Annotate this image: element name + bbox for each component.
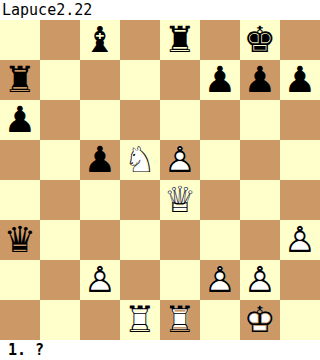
square-e4[interactable]: ♛♕ (160, 180, 200, 220)
square-b5[interactable] (40, 140, 80, 180)
piece-black-pawn[interactable]: ♟ (80, 140, 120, 180)
square-c7[interactable] (80, 60, 120, 100)
square-h4[interactable] (280, 180, 320, 220)
piece-black-rook[interactable]: ♜ (160, 20, 200, 60)
square-b7[interactable] (40, 60, 80, 100)
square-h6[interactable] (280, 100, 320, 140)
square-h3[interactable]: ♟♙ (280, 220, 320, 260)
square-e6[interactable] (160, 100, 200, 140)
square-c2[interactable]: ♟♙ (80, 260, 120, 300)
square-g7[interactable]: ♟ (240, 60, 280, 100)
square-f7[interactable]: ♟ (200, 60, 240, 100)
square-c5[interactable]: ♟ (80, 140, 120, 180)
white-piece-outline-layer: ♙ (160, 140, 200, 180)
square-f5[interactable] (200, 140, 240, 180)
piece-white-rook[interactable]: ♜♖ (160, 300, 200, 340)
square-f3[interactable] (200, 220, 240, 260)
square-h8[interactable] (280, 20, 320, 60)
square-g6[interactable] (240, 100, 280, 140)
square-a1[interactable] (0, 300, 40, 340)
square-e2[interactable] (160, 260, 200, 300)
piece-black-pawn[interactable]: ♟ (280, 60, 320, 100)
square-b1[interactable] (40, 300, 80, 340)
square-e5[interactable]: ♟♙ (160, 140, 200, 180)
status-bar: 1. ? (0, 340, 320, 360)
square-b8[interactable] (40, 20, 80, 60)
square-e7[interactable] (160, 60, 200, 100)
square-a2[interactable] (0, 260, 40, 300)
white-piece-outline-layer: ♙ (280, 220, 320, 260)
square-b6[interactable] (40, 100, 80, 140)
square-e1[interactable]: ♜♖ (160, 300, 200, 340)
page-title: Lapuce2.22 (0, 1, 92, 19)
square-h5[interactable] (280, 140, 320, 180)
square-a4[interactable] (0, 180, 40, 220)
square-c1[interactable] (80, 300, 120, 340)
square-f2[interactable]: ♟♙ (200, 260, 240, 300)
square-c6[interactable] (80, 100, 120, 140)
white-piece-outline-layer: ♔ (240, 300, 280, 340)
white-piece-outline-layer: ♙ (80, 260, 120, 300)
piece-white-pawn[interactable]: ♟♙ (80, 260, 120, 300)
square-c8[interactable]: ♝ (80, 20, 120, 60)
piece-black-queen[interactable]: ♛ (0, 220, 40, 260)
square-g8[interactable]: ♚ (240, 20, 280, 60)
square-c3[interactable] (80, 220, 120, 260)
piece-white-rook[interactable]: ♜♖ (120, 300, 160, 340)
piece-black-king[interactable]: ♚ (240, 20, 280, 60)
piece-black-rook[interactable]: ♜ (0, 60, 40, 100)
white-piece-outline-layer: ♖ (160, 300, 200, 340)
square-f1[interactable] (200, 300, 240, 340)
square-g3[interactable] (240, 220, 280, 260)
square-a6[interactable]: ♟ (0, 100, 40, 140)
piece-black-bishop[interactable]: ♝ (80, 20, 120, 60)
white-piece-outline-layer: ♙ (240, 260, 280, 300)
square-g1[interactable]: ♚♔ (240, 300, 280, 340)
piece-white-king[interactable]: ♚♔ (240, 300, 280, 340)
square-b3[interactable] (40, 220, 80, 260)
square-c4[interactable] (80, 180, 120, 220)
square-f6[interactable] (200, 100, 240, 140)
square-h7[interactable]: ♟ (280, 60, 320, 100)
square-d6[interactable] (120, 100, 160, 140)
piece-white-knight[interactable]: ♞♘ (120, 140, 160, 180)
square-a8[interactable] (0, 20, 40, 60)
title-bar: Lapuce2.22 (0, 0, 320, 20)
piece-white-pawn[interactable]: ♟♙ (160, 140, 200, 180)
piece-white-pawn[interactable]: ♟♙ (280, 220, 320, 260)
square-g2[interactable]: ♟♙ (240, 260, 280, 300)
square-d2[interactable] (120, 260, 160, 300)
white-piece-outline-layer: ♖ (120, 300, 160, 340)
square-e3[interactable] (160, 220, 200, 260)
white-piece-outline-layer: ♕ (160, 180, 200, 220)
square-d4[interactable] (120, 180, 160, 220)
square-d8[interactable] (120, 20, 160, 60)
square-e8[interactable]: ♜ (160, 20, 200, 60)
square-f8[interactable] (200, 20, 240, 60)
piece-white-pawn[interactable]: ♟♙ (200, 260, 240, 300)
square-d3[interactable] (120, 220, 160, 260)
square-f4[interactable] (200, 180, 240, 220)
square-b2[interactable] (40, 260, 80, 300)
chess-board: ♝♜♚♜♟♟♟♟♟♞♘♟♙♛♕♛♟♙♟♙♟♙♟♙♜♖♜♖♚♔ (0, 20, 320, 340)
piece-black-pawn[interactable]: ♟ (240, 60, 280, 100)
white-piece-outline-layer: ♘ (120, 140, 160, 180)
piece-black-pawn[interactable]: ♟ (0, 100, 40, 140)
square-g4[interactable] (240, 180, 280, 220)
piece-white-pawn[interactable]: ♟♙ (240, 260, 280, 300)
square-h2[interactable] (280, 260, 320, 300)
square-a7[interactable]: ♜ (0, 60, 40, 100)
square-d1[interactable]: ♜♖ (120, 300, 160, 340)
square-g5[interactable] (240, 140, 280, 180)
white-piece-outline-layer: ♙ (200, 260, 240, 300)
square-h1[interactable] (280, 300, 320, 340)
square-d5[interactable]: ♞♘ (120, 140, 160, 180)
square-b4[interactable] (40, 180, 80, 220)
square-d7[interactable] (120, 60, 160, 100)
square-a5[interactable] (0, 140, 40, 180)
piece-white-queen[interactable]: ♛♕ (160, 180, 200, 220)
square-a3[interactable]: ♛ (0, 220, 40, 260)
move-prompt: 1. ? (0, 341, 44, 359)
piece-black-pawn[interactable]: ♟ (200, 60, 240, 100)
